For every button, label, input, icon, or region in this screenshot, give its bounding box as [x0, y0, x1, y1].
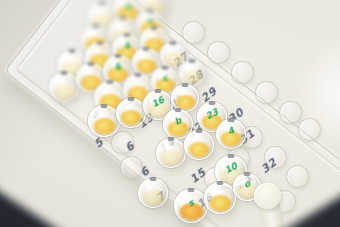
sample-tube: 4	[216, 119, 246, 149]
tube-cap-clip	[188, 188, 195, 192]
tube-liquid	[161, 150, 181, 165]
tube-cap-clip	[155, 89, 162, 93]
lab-photo: 456671213141516212224272829303132 es46c1…	[0, 0, 340, 227]
sample-tube	[156, 138, 186, 168]
tube-cap-clip	[228, 154, 235, 158]
bench-edge-shadow-left	[0, 177, 65, 227]
tube-cap-clip	[88, 62, 95, 66]
tube-cap-clip	[150, 177, 157, 181]
tube-cap-clip	[61, 71, 68, 75]
tube-cap-clip	[244, 172, 251, 176]
tube-cap-clip	[143, 47, 150, 51]
tube-cap-clip	[217, 181, 224, 185]
tube-cap-clip	[97, 41, 104, 45]
tube-cap-clip	[107, 80, 114, 84]
tube-liquid	[184, 70, 201, 83]
tube-cap-clip	[196, 129, 203, 133]
tube-cap-clip	[128, 97, 135, 101]
tube-liquid	[54, 84, 74, 99]
tube-liquid	[94, 118, 115, 134]
tube-cap-clip	[170, 41, 177, 45]
tube-cap-clip	[189, 59, 196, 63]
tube-cap-clip	[101, 104, 108, 108]
tube-cap-clip	[135, 73, 142, 77]
tube-cap-clip	[69, 49, 76, 53]
tube-liquid	[210, 195, 231, 211]
tube-cap-clip	[151, 26, 158, 30]
tube-cap-clip	[162, 66, 169, 70]
empty-well	[207, 41, 230, 64]
sample-tube	[184, 130, 214, 160]
tube-cap-clip	[175, 108, 182, 112]
tube-cap-clip	[228, 118, 235, 122]
empty-well	[231, 61, 254, 84]
sample-tube	[204, 182, 236, 214]
empty-well	[298, 118, 321, 141]
tube-liquid	[121, 110, 141, 125]
sample-tube	[138, 178, 168, 208]
empty-well	[279, 101, 302, 124]
tube-liquid	[189, 142, 209, 157]
tube-cap-clip	[168, 137, 175, 141]
tube-cap-clip	[182, 83, 189, 87]
white-microtube	[254, 183, 281, 209]
tube-cap-clip	[93, 24, 100, 28]
tube-cap-clip	[99, 1, 106, 5]
tube-liquid	[137, 59, 155, 73]
tube-cap-clip	[115, 54, 122, 58]
tube-cap-clip	[209, 101, 216, 105]
tube-liquid	[165, 52, 182, 65]
empty-well	[255, 81, 278, 104]
empty-well	[182, 21, 205, 44]
sample-tube	[116, 98, 146, 128]
sample-tube	[49, 72, 79, 102]
empty-well	[286, 165, 309, 188]
tube-cap-clip	[124, 33, 131, 37]
sample-tube: s	[174, 189, 208, 223]
tube-cap-clip	[147, 9, 154, 13]
tube-liquid	[143, 190, 163, 205]
tube-cap-clip	[120, 16, 127, 20]
